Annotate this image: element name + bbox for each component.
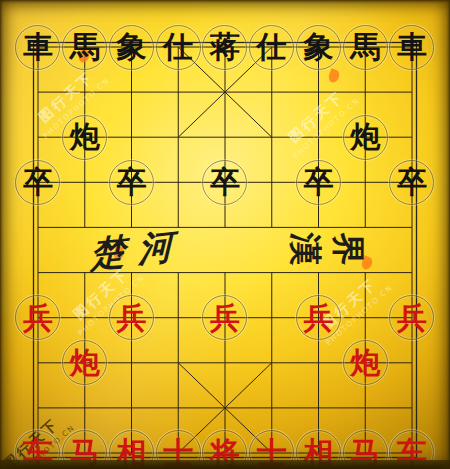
piece-black-soldier[interactable]: 卒: [109, 160, 154, 205]
piece-red-horse[interactable]: 马: [62, 430, 107, 469]
board-point-b6: [61, 205, 108, 250]
board-point-d1: 士: [155, 430, 202, 469]
board-point-b10: 馬: [61, 25, 108, 70]
board-point-d2: [155, 385, 202, 430]
board-point-h6: [342, 205, 389, 250]
board-point-h3: 炮: [342, 340, 389, 385]
board-point-a7: 卒: [15, 160, 62, 205]
piece-black-soldier[interactable]: 卒: [202, 160, 247, 205]
piece-black-horse[interactable]: 馬: [343, 25, 388, 70]
piece-red-soldier[interactable]: 兵: [109, 295, 154, 340]
board-point-d6: [155, 205, 202, 250]
board-point-c6: [108, 205, 155, 250]
piece-red-soldier[interactable]: 兵: [296, 295, 341, 340]
board-point-a2: [15, 385, 62, 430]
board-point-g1: 相: [295, 430, 342, 469]
piece-red-soldier[interactable]: 兵: [15, 295, 60, 340]
board-point-c5: [108, 250, 155, 295]
piece-black-cannon[interactable]: 炮: [62, 115, 107, 160]
board-point-e1: 将: [202, 430, 249, 469]
board-point-e9: [202, 70, 249, 115]
piece-black-elephant[interactable]: 象: [109, 25, 154, 70]
board-point-b3: 炮: [61, 340, 108, 385]
board-point-g4: 兵: [295, 295, 342, 340]
board-point-c2: [108, 385, 155, 430]
piece-red-soldier[interactable]: 兵: [202, 295, 247, 340]
board-point-c10: 象: [108, 25, 155, 70]
board-point-a1: 车: [15, 430, 62, 469]
board-point-d9: [155, 70, 202, 115]
board-point-e7: 卒: [202, 160, 249, 205]
piece-red-cannon[interactable]: 炮: [62, 340, 107, 385]
board-point-f8: [248, 115, 295, 160]
board-point-d8: [155, 115, 202, 160]
piece-red-elephant[interactable]: 相: [296, 430, 341, 469]
board-point-c4: 兵: [108, 295, 155, 340]
board-point-a6: [15, 205, 62, 250]
piece-red-soldier[interactable]: 兵: [389, 295, 434, 340]
piece-black-soldier[interactable]: 卒: [389, 160, 434, 205]
board-point-f4: [248, 295, 295, 340]
board-point-f7: [248, 160, 295, 205]
board-point-f5: [248, 250, 295, 295]
board-point-a4: 兵: [15, 295, 62, 340]
piece-black-chariot[interactable]: 車: [15, 25, 60, 70]
board-point-i5: [389, 250, 436, 295]
board-point-c3: [108, 340, 155, 385]
board-point-h1: 马: [342, 430, 389, 469]
board-point-g2: [295, 385, 342, 430]
board-point-b9: [61, 70, 108, 115]
board-point-i2: [389, 385, 436, 430]
board-point-g3: [295, 340, 342, 385]
board-point-a9: [15, 70, 62, 115]
board-point-h5: [342, 250, 389, 295]
xiangqi-board: 图行天下 PHOTOPHOTO.CN 图行天下 PHOTOPHOTO.CN 图行…: [0, 0, 450, 469]
board-point-e6: [202, 205, 249, 250]
board-point-e5: [202, 250, 249, 295]
board-point-h2: [342, 385, 389, 430]
board-point-g10: 象: [295, 25, 342, 70]
board-point-a8: [15, 115, 62, 160]
piece-grid: 車馬象仕蒋仕象馬車炮炮卒卒卒卒卒兵兵兵兵兵炮炮车马相士将士相马车: [15, 25, 436, 469]
board-point-i8: [389, 115, 436, 160]
board-point-b4: [61, 295, 108, 340]
piece-black-soldier[interactable]: 卒: [15, 160, 60, 205]
board-point-b8: 炮: [61, 115, 108, 160]
board-point-h7: [342, 160, 389, 205]
board-point-b2: [61, 385, 108, 430]
board-point-f10: 仕: [248, 25, 295, 70]
board-point-g8: [295, 115, 342, 160]
board-point-d4: [155, 295, 202, 340]
board-point-e10: 蒋: [202, 25, 249, 70]
board-point-c9: [108, 70, 155, 115]
board-point-i9: [389, 70, 436, 115]
piece-red-advisor[interactable]: 士: [249, 430, 294, 469]
board-point-d10: 仕: [155, 25, 202, 70]
piece-black-soldier[interactable]: 卒: [296, 160, 341, 205]
board-point-c1: 相: [108, 430, 155, 469]
board-point-h10: 馬: [342, 25, 389, 70]
board-point-g9: [295, 70, 342, 115]
board-point-f9: [248, 70, 295, 115]
board-point-c8: [108, 115, 155, 160]
board-point-d5: [155, 250, 202, 295]
board-point-g7: 卒: [295, 160, 342, 205]
board-point-b5: [61, 250, 108, 295]
piece-red-general[interactable]: 将: [202, 430, 247, 469]
board-point-g5: [295, 250, 342, 295]
board-point-e3: [202, 340, 249, 385]
board-point-i6: [389, 205, 436, 250]
piece-red-advisor[interactable]: 士: [156, 430, 201, 469]
board-point-f1: 士: [248, 430, 295, 469]
piece-red-chariot[interactable]: 车: [15, 430, 60, 469]
piece-red-horse[interactable]: 马: [343, 430, 388, 469]
board-point-f3: [248, 340, 295, 385]
board-point-g6: [295, 205, 342, 250]
board-point-e2: [202, 385, 249, 430]
piece-black-chariot[interactable]: 車: [389, 25, 434, 70]
piece-black-horse[interactable]: 馬: [62, 25, 107, 70]
board-point-e8: [202, 115, 249, 160]
piece-black-advisor[interactable]: 仕: [156, 25, 201, 70]
board-point-i1: 车: [389, 430, 436, 469]
board-point-f6: [248, 205, 295, 250]
board-point-i4: 兵: [389, 295, 436, 340]
board-point-b7: [61, 160, 108, 205]
board-point-h9: [342, 70, 389, 115]
board-point-h8: 炮: [342, 115, 389, 160]
board-point-a3: [15, 340, 62, 385]
board-point-i7: 卒: [389, 160, 436, 205]
board-point-f2: [248, 385, 295, 430]
piece-red-chariot[interactable]: 车: [389, 430, 434, 469]
board-point-i3: [389, 340, 436, 385]
piece-black-cannon[interactable]: 炮: [343, 115, 388, 160]
board-point-d7: [155, 160, 202, 205]
board-point-d3: [155, 340, 202, 385]
board-point-a5: [15, 250, 62, 295]
board-point-i10: 車: [389, 25, 436, 70]
board-point-e4: 兵: [202, 295, 249, 340]
piece-black-general[interactable]: 蒋: [202, 25, 247, 70]
board-point-b1: 马: [61, 430, 108, 469]
board-point-a10: 車: [15, 25, 62, 70]
piece-red-elephant[interactable]: 相: [109, 430, 154, 469]
board-point-c7: 卒: [108, 160, 155, 205]
piece-black-advisor[interactable]: 仕: [249, 25, 294, 70]
piece-black-elephant[interactable]: 象: [296, 25, 341, 70]
board-point-h4: [342, 295, 389, 340]
piece-red-cannon[interactable]: 炮: [343, 340, 388, 385]
